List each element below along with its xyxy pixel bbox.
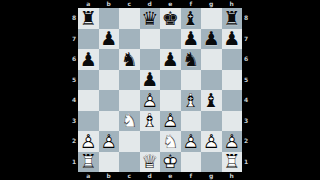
square-d1[interactable]: ♛♕ [140,152,161,173]
piece-white-king: ♚♔ [160,152,181,173]
piece-black-bishop: ♝ [201,90,222,111]
square-b1[interactable] [99,152,120,173]
square-a6[interactable]: ♟ [78,49,99,70]
square-g5[interactable] [201,70,222,91]
square-e4[interactable] [160,90,181,111]
square-c8[interactable] [119,8,140,29]
file-label-c: c [119,0,140,8]
square-b5[interactable] [99,70,120,91]
piece-white-knight: ♞♘ [119,111,140,132]
square-b4[interactable] [99,90,120,111]
square-c5[interactable] [119,70,140,91]
square-c3[interactable]: ♞♘ [119,111,140,132]
square-d4[interactable]: ♟♙ [140,90,161,111]
piece-black-knight: ♞ [181,49,202,70]
square-g3[interactable] [201,111,222,132]
square-h8[interactable]: ♜ [222,8,243,29]
square-f5[interactable] [181,70,202,91]
square-b8[interactable] [99,8,120,29]
frame-corner [242,172,250,180]
square-h7[interactable]: ♟ [222,29,243,50]
rank-label-5: 5 [70,70,78,91]
piece-black-rook: ♜ [222,8,243,29]
file-label-h: h [222,172,243,180]
rank-labels-right: 87654321 [242,8,250,172]
piece-white-pawn: ♟♙ [201,131,222,152]
square-c6[interactable]: ♞ [119,49,140,70]
square-f1[interactable] [181,152,202,173]
square-e2[interactable]: ♞♘ [160,131,181,152]
rank-label-1: 1 [242,152,250,173]
frame-corner [70,0,78,8]
file-label-f: f [181,172,202,180]
piece-black-pawn: ♟ [78,49,99,70]
square-f8[interactable]: ♝ [181,8,202,29]
piece-black-pawn: ♟ [99,29,120,50]
square-b3[interactable] [99,111,120,132]
piece-white-rook: ♜♖ [78,152,99,173]
rank-label-5: 5 [242,70,250,91]
file-label-b: b [99,0,120,8]
piece-white-pawn: ♟♙ [99,131,120,152]
square-h3[interactable] [222,111,243,132]
piece-white-knight: ♞♘ [160,131,181,152]
square-a2[interactable]: ♟♙ [78,131,99,152]
file-label-g: g [201,0,222,8]
square-g4[interactable]: ♝ [201,90,222,111]
square-g6[interactable] [201,49,222,70]
square-b6[interactable] [99,49,120,70]
square-e5[interactable] [160,70,181,91]
square-c7[interactable] [119,29,140,50]
square-b7[interactable]: ♟ [99,29,120,50]
rank-label-8: 8 [70,8,78,29]
chess-board: ♜♛♚♝♜♟♟♟♟♟♞♟♞♟♟♙♝♗♝♞♘♝♗♟♙♟♙♟♙♞♘♟♙♟♙♟♙♜♖♛… [78,8,242,172]
square-d5[interactable]: ♟ [140,70,161,91]
piece-black-pawn: ♟ [160,49,181,70]
rank-label-3: 3 [70,111,78,132]
file-label-g: g [201,172,222,180]
rank-label-2: 2 [70,131,78,152]
file-label-d: d [140,172,161,180]
square-c1[interactable] [119,152,140,173]
rank-label-6: 6 [70,49,78,70]
piece-white-rook: ♜♖ [222,152,243,173]
square-g1[interactable] [201,152,222,173]
square-h4[interactable] [222,90,243,111]
board-frame: abcdefgh 87654321 ♜♛♚♝♜♟♟♟♟♟♞♟♞♟♟♙♝♗♝♞♘♝… [70,0,250,180]
rank-label-3: 3 [242,111,250,132]
rank-label-8: 8 [242,8,250,29]
square-d6[interactable] [140,49,161,70]
rank-labels-left: 87654321 [70,8,78,172]
piece-white-pawn: ♟♙ [78,131,99,152]
square-d8[interactable]: ♛ [140,8,161,29]
video-frame-background: abcdefgh 87654321 ♜♛♚♝♜♟♟♟♟♟♞♟♞♟♟♙♝♗♝♞♘♝… [0,0,320,180]
piece-black-pawn: ♟ [222,29,243,50]
file-label-a: a [78,172,99,180]
square-f3[interactable] [181,111,202,132]
square-c4[interactable] [119,90,140,111]
square-c2[interactable] [119,131,140,152]
piece-white-bishop: ♝♗ [140,111,161,132]
square-g2[interactable]: ♟♙ [201,131,222,152]
rank-label-1: 1 [70,152,78,173]
square-h2[interactable]: ♟♙ [222,131,243,152]
square-b2[interactable]: ♟♙ [99,131,120,152]
piece-black-queen: ♛ [140,8,161,29]
square-a5[interactable] [78,70,99,91]
square-f2[interactable]: ♟♙ [181,131,202,152]
square-h6[interactable] [222,49,243,70]
square-f6[interactable]: ♞ [181,49,202,70]
file-labels-bottom: abcdefgh [78,172,242,180]
piece-black-rook: ♜ [78,8,99,29]
piece-white-pawn: ♟♙ [140,90,161,111]
square-a7[interactable] [78,29,99,50]
frame-corner [70,172,78,180]
square-d2[interactable] [140,131,161,152]
square-e1[interactable]: ♚♔ [160,152,181,173]
piece-white-pawn: ♟♙ [181,131,202,152]
square-e3[interactable]: ♟♙ [160,111,181,132]
file-label-c: c [119,172,140,180]
piece-black-pawn: ♟ [181,29,202,50]
rank-label-7: 7 [242,29,250,50]
square-a8[interactable]: ♜ [78,8,99,29]
square-a4[interactable] [78,90,99,111]
piece-black-pawn: ♟ [140,70,161,91]
file-label-e: e [160,172,181,180]
square-f7[interactable]: ♟ [181,29,202,50]
rank-label-7: 7 [70,29,78,50]
square-g7[interactable]: ♟ [201,29,222,50]
square-a3[interactable] [78,111,99,132]
rank-label-2: 2 [242,131,250,152]
square-h1[interactable]: ♜♖ [222,152,243,173]
square-h5[interactable] [222,70,243,91]
square-e6[interactable]: ♟ [160,49,181,70]
square-a1[interactable]: ♜♖ [78,152,99,173]
piece-black-bishop: ♝ [181,8,202,29]
square-d7[interactable] [140,29,161,50]
frame-corner [242,0,250,8]
piece-black-pawn: ♟ [201,29,222,50]
square-e8[interactable]: ♚ [160,8,181,29]
square-e7[interactable] [160,29,181,50]
piece-white-pawn: ♟♙ [160,111,181,132]
piece-white-bishop: ♝♗ [181,90,202,111]
rank-label-4: 4 [242,90,250,111]
rank-label-4: 4 [70,90,78,111]
file-labels-top: abcdefgh [78,0,242,8]
square-d3[interactable]: ♝♗ [140,111,161,132]
piece-black-king: ♚ [160,8,181,29]
rank-label-6: 6 [242,49,250,70]
file-label-b: b [99,172,120,180]
piece-black-knight: ♞ [119,49,140,70]
square-f4[interactable]: ♝♗ [181,90,202,111]
piece-white-pawn: ♟♙ [222,131,243,152]
square-g8[interactable] [201,8,222,29]
piece-white-queen: ♛♕ [140,152,161,173]
